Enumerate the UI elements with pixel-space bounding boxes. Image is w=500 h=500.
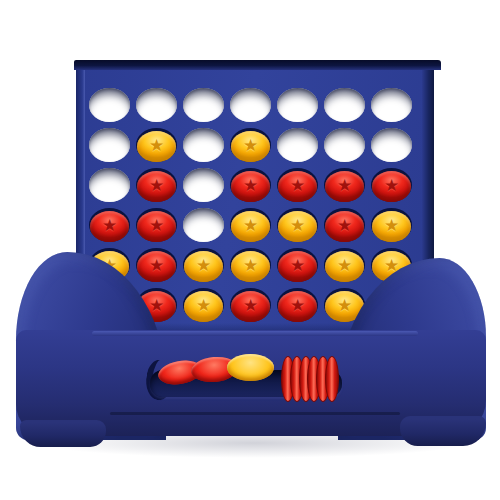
tray-edge-stack (281, 356, 341, 403)
disc-tray (0, 0, 500, 500)
tray-flat-disc-yellow (227, 354, 274, 381)
stacked-red-disc (325, 356, 339, 402)
product-photo: ★★★★★★★★★★★★★★★★★★★★★★★★★★★ (0, 0, 500, 500)
